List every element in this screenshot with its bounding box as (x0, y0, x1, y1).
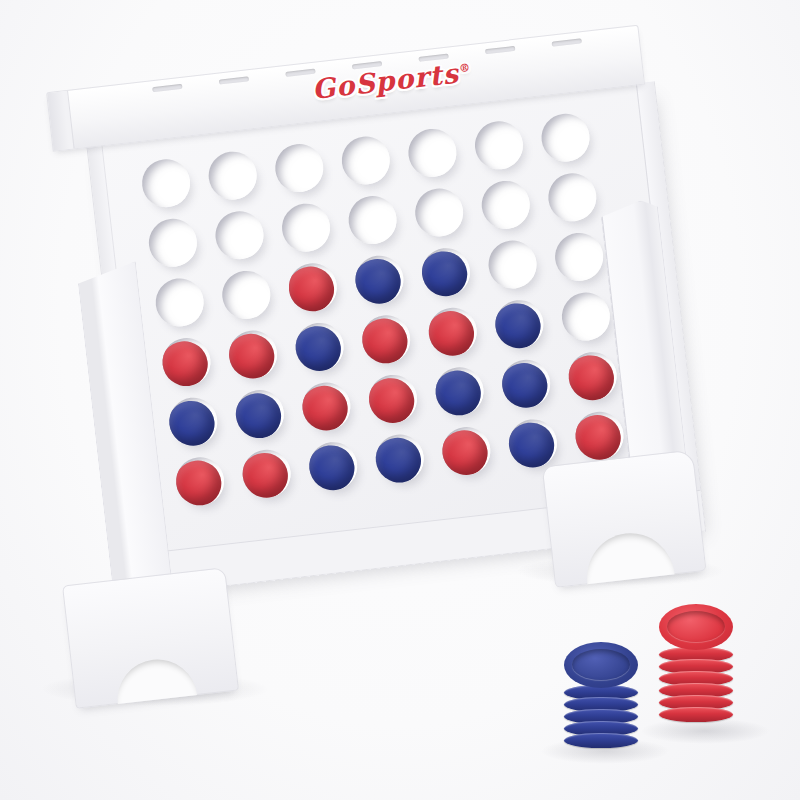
cell-r2c2[interactable] (213, 209, 266, 262)
red-disc (360, 316, 410, 366)
hole (566, 350, 619, 403)
drop-slot-2 (219, 76, 249, 84)
drop-slot-7 (552, 38, 582, 46)
hole (366, 372, 419, 425)
blue-chip-edge (564, 733, 638, 748)
cell-r1c3[interactable] (273, 142, 326, 195)
hole (373, 432, 426, 485)
cell-r2c4[interactable] (346, 194, 399, 247)
cell-r2c6[interactable] (479, 178, 532, 231)
blue-disc (433, 368, 483, 418)
cell-r2c5[interactable] (413, 186, 466, 239)
red-disc (426, 309, 476, 359)
hole (227, 328, 280, 381)
cell-r4c2[interactable] (227, 328, 280, 381)
red-disc (240, 450, 290, 500)
red-disc (160, 339, 210, 389)
cell-r4c1[interactable] (160, 336, 213, 389)
empty-hole (146, 216, 199, 269)
cell-r1c6[interactable] (472, 119, 525, 172)
red-disc (440, 428, 490, 478)
empty-hole (546, 171, 599, 224)
cell-r4c3[interactable] (293, 320, 346, 373)
cell-r3c3[interactable] (286, 261, 339, 314)
cell-r3c6[interactable] (486, 238, 539, 291)
cell-r2c3[interactable] (279, 201, 332, 254)
blue-disc (293, 324, 343, 374)
empty-hole (140, 157, 193, 210)
cell-r1c1[interactable] (140, 157, 193, 210)
red-chip-top-recess (667, 611, 725, 642)
cell-r3c4[interactable] (353, 253, 406, 306)
hole (240, 447, 293, 500)
cell-r1c4[interactable] (339, 134, 392, 187)
empty-hole (486, 238, 539, 291)
blue-disc (167, 398, 217, 448)
cell-r6c2[interactable] (240, 447, 293, 500)
empty-hole (406, 126, 459, 179)
cell-r4c5[interactable] (426, 305, 479, 358)
red-disc (300, 383, 350, 433)
red-disc (566, 353, 616, 403)
blue-disc (373, 435, 423, 485)
empty-hole (213, 209, 266, 262)
cell-r6c5[interactable] (440, 424, 493, 477)
red-chip-top (659, 604, 733, 650)
empty-hole (413, 186, 466, 239)
hole (433, 365, 486, 418)
left-foot-arch (113, 655, 197, 704)
cell-r5c7[interactable] (566, 350, 619, 403)
blue-disc (353, 256, 403, 306)
hole (353, 253, 406, 306)
empty-hole (472, 119, 525, 172)
hole (500, 357, 553, 410)
hole (167, 395, 220, 448)
empty-hole (273, 142, 326, 195)
cell-r5c6[interactable] (500, 357, 553, 410)
empty-hole (553, 230, 606, 283)
cell-r1c7[interactable] (539, 111, 592, 164)
board-grid (140, 111, 627, 508)
cell-r3c5[interactable] (419, 246, 472, 299)
right-foot-arch (582, 528, 675, 584)
hole (493, 298, 546, 351)
game-board: GoSports® (58, 21, 751, 767)
cell-r4c4[interactable] (360, 313, 413, 366)
hole (300, 380, 353, 433)
hole (307, 440, 360, 493)
red-disc (174, 458, 224, 508)
hole (440, 424, 493, 477)
registered-mark-icon: ® (458, 61, 471, 75)
cell-r3c2[interactable] (220, 268, 273, 321)
blue-disc (233, 391, 283, 441)
brand-text: GoSports (311, 58, 461, 105)
blue-disc (493, 301, 543, 351)
red-chip-edge (659, 707, 733, 722)
product-photo: GoSports® (0, 0, 800, 800)
empty-hole (339, 134, 392, 187)
cell-r6c3[interactable] (307, 440, 360, 493)
cell-r4c6[interactable] (493, 298, 546, 351)
cell-r4c7[interactable] (559, 290, 612, 343)
red-disc (227, 331, 277, 381)
cell-r5c3[interactable] (300, 380, 353, 433)
blue-disc (506, 420, 556, 470)
blue-chip-top-recess (572, 649, 630, 680)
blue-chip-top (564, 642, 638, 688)
empty-hole (206, 149, 259, 202)
blue-disc (307, 443, 357, 493)
cell-r3c7[interactable] (553, 230, 606, 283)
hole (174, 455, 227, 508)
hole (573, 409, 626, 462)
cell-r1c2[interactable] (206, 149, 259, 202)
cell-r5c4[interactable] (366, 372, 419, 425)
drop-slot-1 (152, 84, 182, 92)
empty-hole (559, 290, 612, 343)
hole (506, 417, 559, 470)
empty-hole (479, 178, 532, 231)
hole (360, 313, 413, 366)
left-foot (62, 567, 239, 709)
empty-hole (153, 276, 206, 329)
empty-hole (346, 194, 399, 247)
cell-r2c1[interactable] (146, 216, 199, 269)
hole (426, 305, 479, 358)
empty-hole (220, 268, 273, 321)
hole (293, 320, 346, 373)
cell-r6c1[interactable] (174, 455, 227, 508)
empty-hole (539, 111, 592, 164)
header-end-cap (47, 91, 74, 151)
blue-chip-stack[interactable] (564, 642, 638, 748)
cell-r6c6[interactable] (506, 417, 559, 470)
red-disc (366, 376, 416, 426)
red-disc (286, 264, 336, 314)
empty-hole (279, 201, 332, 254)
cell-r2c7[interactable] (546, 171, 599, 224)
blue-disc (500, 361, 550, 411)
right-foot (542, 449, 707, 587)
cell-r5c5[interactable] (433, 365, 486, 418)
cell-r6c7[interactable] (573, 409, 626, 462)
cell-r6c4[interactable] (373, 432, 426, 485)
hole (419, 246, 472, 299)
cell-r1c5[interactable] (406, 126, 459, 179)
hole (286, 261, 339, 314)
cell-r3c1[interactable] (153, 276, 206, 329)
cell-r5c2[interactable] (233, 388, 286, 441)
hole (160, 336, 213, 389)
hole (233, 388, 286, 441)
blue-disc (419, 249, 469, 299)
red-disc (573, 413, 623, 463)
cell-r5c1[interactable] (167, 395, 220, 448)
red-chip-stack[interactable] (659, 604, 733, 722)
